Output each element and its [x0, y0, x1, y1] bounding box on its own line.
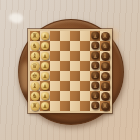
board-square-r6c4[interactable]	[60, 81, 70, 91]
piece-white-pawn[interactable]: ♟	[41, 42, 49, 50]
piece-black-bishop[interactable]: ♝	[101, 52, 110, 61]
piece-white-queen[interactable]: ♛	[30, 61, 39, 70]
piece-white-king[interactable]: ♚	[30, 71, 39, 80]
board-square-r4c8[interactable]: ♛	[100, 61, 110, 71]
board-square-r5c7[interactable]: ♟	[90, 71, 100, 81]
piece-white-pawn[interactable]: ♟	[41, 62, 49, 70]
board-square-r1c7[interactable]: ♟	[90, 31, 100, 41]
piece-white-rook[interactable]: ♜	[30, 101, 39, 110]
piece-white-rook[interactable]: ♜	[30, 31, 39, 40]
piece-black-bishop[interactable]: ♝	[101, 82, 110, 91]
piece-black-pawn[interactable]: ♟	[92, 102, 100, 110]
photo-scene: ♜♟♟♜♞♟♟♞♝♟♟♝♛♟♟♛♚♟♟♚♝♟♟♝♞♟♟♞♜♟♟♜	[0, 0, 140, 140]
chess-board[interactable]: ♜♟♟♜♞♟♟♞♝♟♟♝♛♟♟♛♚♟♟♚♝♟♟♝♞♟♟♞♜♟♟♜	[30, 31, 110, 111]
board-square-r6c8[interactable]: ♝	[100, 81, 110, 91]
board-square-r1c8[interactable]: ♜	[100, 31, 110, 41]
board-square-r4c1[interactable]: ♛	[30, 61, 40, 71]
board-square-r6c7[interactable]: ♟	[90, 81, 100, 91]
board-square-r8c1[interactable]: ♜	[30, 101, 40, 111]
board-square-r3c5[interactable]	[70, 51, 80, 61]
piece-black-pawn[interactable]: ♟	[92, 42, 100, 50]
board-square-r5c1[interactable]: ♚	[30, 71, 40, 81]
board-square-r5c4[interactable]	[60, 71, 70, 81]
board-square-r1c2[interactable]: ♟	[40, 31, 50, 41]
board-square-r7c1[interactable]: ♞	[30, 91, 40, 101]
board-square-r3c2[interactable]: ♟	[40, 51, 50, 61]
piece-white-knight[interactable]: ♞	[30, 41, 39, 50]
board-square-r8c2[interactable]: ♟	[40, 101, 50, 111]
board-square-r1c3[interactable]	[50, 31, 60, 41]
board-square-r7c6[interactable]	[80, 91, 90, 101]
piece-white-pawn[interactable]: ♟	[41, 82, 49, 90]
piece-black-knight[interactable]: ♞	[101, 42, 110, 51]
piece-black-pawn[interactable]: ♟	[92, 82, 100, 90]
board-square-r8c6[interactable]	[80, 101, 90, 111]
board-square-r5c6[interactable]	[80, 71, 90, 81]
board-square-r3c6[interactable]	[80, 51, 90, 61]
board-square-r7c4[interactable]	[60, 91, 70, 101]
piece-white-pawn[interactable]: ♟	[41, 92, 49, 100]
piece-white-bishop[interactable]: ♝	[30, 51, 39, 60]
piece-black-pawn[interactable]: ♟	[92, 52, 100, 60]
board-square-r2c5[interactable]	[70, 41, 80, 51]
board-square-r4c3[interactable]	[50, 61, 60, 71]
board-square-r2c3[interactable]	[50, 41, 60, 51]
piece-black-king[interactable]: ♚	[101, 72, 110, 81]
board-square-r6c2[interactable]: ♟	[40, 81, 50, 91]
board-square-r1c5[interactable]	[70, 31, 80, 41]
board-square-r5c3[interactable]	[50, 71, 60, 81]
piece-white-knight[interactable]: ♞	[30, 91, 39, 100]
board-frame: ♜♟♟♜♞♟♟♞♝♟♟♝♛♟♟♛♚♟♟♚♝♟♟♝♞♟♟♞♜♟♟♜	[28, 29, 112, 113]
board-square-r2c7[interactable]: ♟	[90, 41, 100, 51]
board-square-r2c6[interactable]	[80, 41, 90, 51]
board-square-r2c1[interactable]: ♞	[30, 41, 40, 51]
board-square-r3c4[interactable]	[60, 51, 70, 61]
piece-white-pawn[interactable]: ♟	[41, 72, 49, 80]
board-square-r3c8[interactable]: ♝	[100, 51, 110, 61]
board-square-r8c3[interactable]	[50, 101, 60, 111]
board-square-r1c1[interactable]: ♜	[30, 31, 40, 41]
piece-white-pawn[interactable]: ♟	[41, 32, 49, 40]
board-square-r6c6[interactable]	[80, 81, 90, 91]
board-square-r2c2[interactable]: ♟	[40, 41, 50, 51]
board-square-r8c5[interactable]	[70, 101, 80, 111]
piece-white-bishop[interactable]: ♝	[30, 81, 39, 90]
board-square-r5c8[interactable]: ♚	[100, 71, 110, 81]
board-square-r4c2[interactable]: ♟	[40, 61, 50, 71]
board-square-r5c5[interactable]	[70, 71, 80, 81]
piece-white-pawn[interactable]: ♟	[41, 102, 49, 110]
board-square-r4c6[interactable]	[80, 61, 90, 71]
board-square-r8c4[interactable]	[60, 101, 70, 111]
board-square-r3c1[interactable]: ♝	[30, 51, 40, 61]
board-square-r6c3[interactable]	[50, 81, 60, 91]
board-square-r3c7[interactable]: ♟	[90, 51, 100, 61]
board-square-r8c8[interactable]: ♜	[100, 101, 110, 111]
board-square-r8c7[interactable]: ♟	[90, 101, 100, 111]
piece-black-rook[interactable]: ♜	[101, 102, 110, 111]
board-square-r4c5[interactable]	[70, 61, 80, 71]
board-square-r7c8[interactable]: ♞	[100, 91, 110, 101]
piece-black-pawn[interactable]: ♟	[92, 92, 100, 100]
board-square-r6c1[interactable]: ♝	[30, 81, 40, 91]
piece-black-knight[interactable]: ♞	[101, 92, 110, 101]
piece-black-rook[interactable]: ♜	[101, 32, 110, 41]
piece-black-pawn[interactable]: ♟	[92, 72, 100, 80]
board-square-r7c3[interactable]	[50, 91, 60, 101]
board-square-r6c5[interactable]	[70, 81, 80, 91]
board-square-r7c7[interactable]: ♟	[90, 91, 100, 101]
piece-white-pawn[interactable]: ♟	[41, 52, 49, 60]
board-square-r7c2[interactable]: ♟	[40, 91, 50, 101]
board-square-r2c8[interactable]: ♞	[100, 41, 110, 51]
board-square-r4c7[interactable]: ♟	[90, 61, 100, 71]
board-square-r7c5[interactable]	[70, 91, 80, 101]
board-square-r5c2[interactable]: ♟	[40, 71, 50, 81]
piece-black-pawn[interactable]: ♟	[92, 62, 100, 70]
board-square-r1c6[interactable]	[80, 31, 90, 41]
board-square-r3c3[interactable]	[50, 51, 60, 61]
piece-black-pawn[interactable]: ♟	[92, 32, 100, 39]
board-square-r4c4[interactable]	[60, 61, 70, 71]
board-square-r2c4[interactable]	[60, 41, 70, 51]
board-square-r1c4[interactable]	[60, 31, 70, 41]
piece-black-queen[interactable]: ♛	[101, 62, 110, 71]
